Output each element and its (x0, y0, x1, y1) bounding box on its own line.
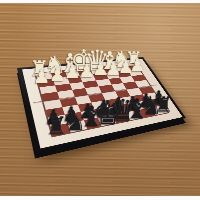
product-photo: ♜♞♝♚♛♝♞♜♟♟♟♟♟♟♟♟♟♟♟♟♟♟♟♟♜♞♝♚♛♝♞♜ (0, 0, 200, 200)
